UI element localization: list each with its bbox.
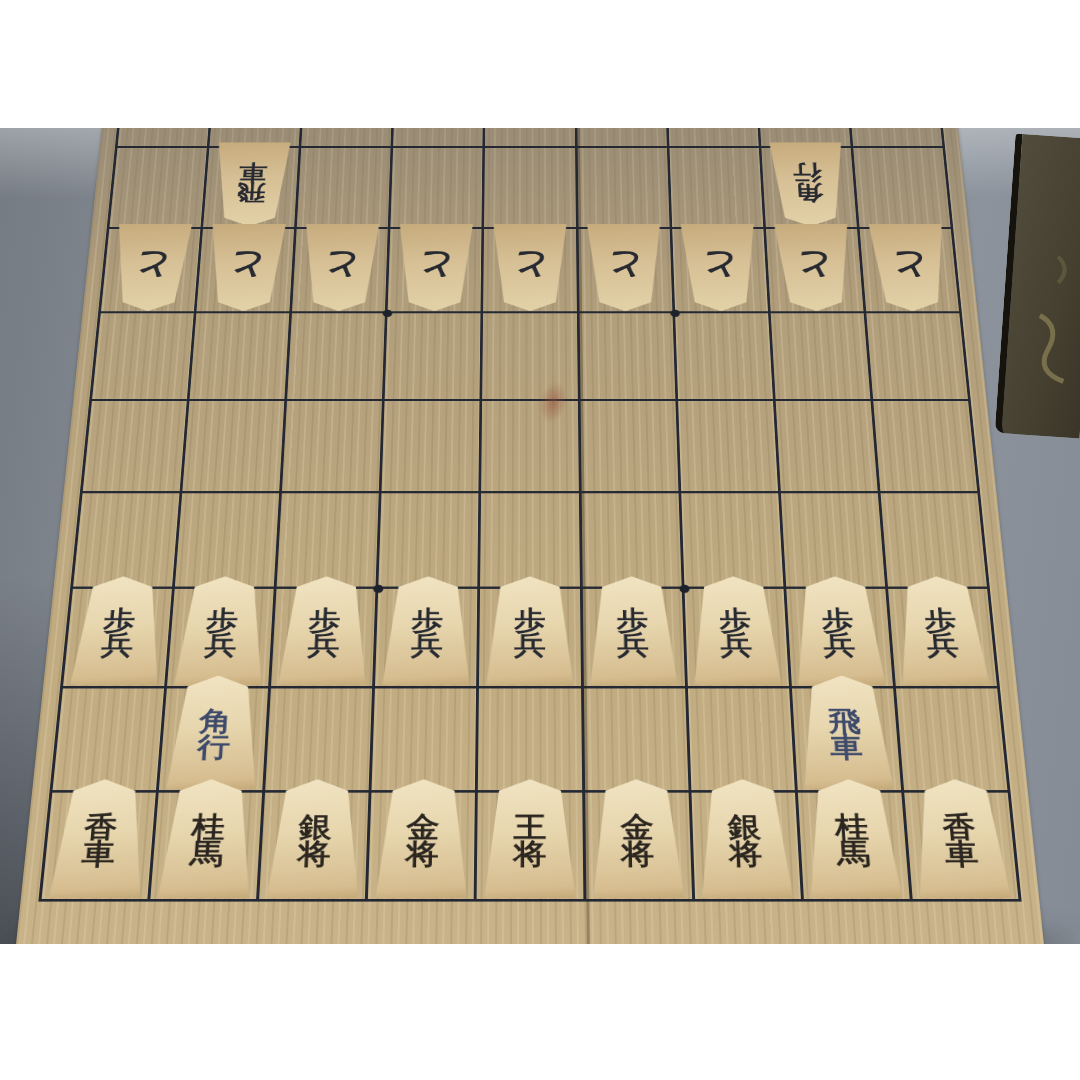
cell-2-8: と <box>860 229 962 313</box>
piece-king: 王将 <box>483 779 576 898</box>
piece-kanji: 角行 <box>196 704 232 761</box>
hoshi-dot <box>679 584 689 592</box>
cell-4-5 <box>580 401 681 493</box>
cell-7-4 <box>478 688 584 792</box>
piece-opponent-pawn-tokin-face: と <box>586 224 663 311</box>
piece-kanji: と <box>698 251 740 283</box>
cell-3-1 <box>189 314 292 402</box>
cell-8-8: 香車 <box>904 793 1022 902</box>
piece-kanji: と <box>887 251 930 283</box>
piece-kanji: 桂馬 <box>189 809 226 868</box>
cell-6-2: 歩兵 <box>271 589 378 689</box>
piece-kanji: 歩兵 <box>411 603 444 657</box>
piece-pawn: 歩兵 <box>485 576 574 685</box>
cell-3-4 <box>482 314 580 402</box>
cell-5-0 <box>73 493 182 589</box>
piece-knight: 桂馬 <box>157 779 257 898</box>
piece-opponent-pawn-tokin-face: と <box>109 224 192 311</box>
piece-kanji: 歩兵 <box>923 603 960 657</box>
piece-pawn: 歩兵 <box>690 576 783 685</box>
cell-6-7: 歩兵 <box>786 589 896 689</box>
piece-rook: 飛車 <box>797 676 895 790</box>
piece-kanji: 歩兵 <box>821 603 856 657</box>
cell-6-3: 歩兵 <box>375 589 480 689</box>
shogi-board: 飛車角行ととととととととと歩兵歩兵歩兵歩兵歩兵歩兵歩兵歩兵歩兵角行飛車香車桂馬銀… <box>15 128 1045 944</box>
cell-1-8 <box>853 148 953 229</box>
cell-2-2: と <box>292 229 391 313</box>
piece-lance: 香車 <box>48 779 151 898</box>
cell-2-3: と <box>388 229 485 313</box>
piece-pawn: 歩兵 <box>791 576 886 685</box>
cell-3-6 <box>675 314 776 402</box>
hoshi-dot <box>670 310 680 317</box>
piece-kanji: 歩兵 <box>616 603 649 657</box>
cell-6-1: 歩兵 <box>167 589 277 689</box>
cell-4-3 <box>382 401 483 493</box>
piece-opponent-rook: 飛車 <box>211 143 291 227</box>
cell-8-2: 銀将 <box>259 793 372 902</box>
cell-6-5: 歩兵 <box>582 589 687 689</box>
piece-kanji: 飛車 <box>236 162 268 206</box>
cell-1-4 <box>484 148 578 229</box>
cell-5-6 <box>681 493 786 589</box>
piece-kanji: 歩兵 <box>100 603 137 657</box>
piece-kanji: 金将 <box>405 809 440 868</box>
cell-7-3 <box>372 688 480 792</box>
piece-kanji: と <box>604 251 645 283</box>
cell-0-2 <box>301 128 396 148</box>
cell-5-5 <box>581 493 684 589</box>
piece-gold-general: 金将 <box>591 779 686 898</box>
cell-1-1: 飛車 <box>203 148 301 229</box>
piece-opponent-pawn-tokin-face: と <box>301 224 380 311</box>
piece-bishop: 角行 <box>165 676 263 790</box>
cell-4-6 <box>678 401 781 493</box>
cell-7-7: 飛車 <box>792 688 904 792</box>
cell-8-7: 桂馬 <box>798 793 913 902</box>
cell-7-1: 角行 <box>159 688 271 792</box>
piece-box-calligraphy <box>1002 134 1080 439</box>
cell-5-8 <box>880 493 989 589</box>
piece-kanji: と <box>225 251 268 283</box>
piece-kanji: 歩兵 <box>514 603 546 657</box>
piece-opponent-pawn-tokin-face: と <box>774 224 855 311</box>
cell-3-2 <box>287 314 388 402</box>
cell-5-4 <box>480 493 582 589</box>
piece-kanji: と <box>510 251 551 283</box>
piece-opponent-pawn-tokin-face: と <box>205 224 286 311</box>
cell-6-8: 歩兵 <box>888 589 1000 689</box>
piece-box <box>995 133 1080 438</box>
cell-0-5 <box>576 128 669 148</box>
piece-lance: 香車 <box>909 779 1012 898</box>
cell-0-6 <box>667 128 762 148</box>
cell-1-6 <box>669 148 766 229</box>
cell-0-8 <box>847 128 945 148</box>
piece-kanji: 飛車 <box>827 704 863 761</box>
letterbox-top <box>0 0 1080 128</box>
cell-0-0 <box>117 128 215 148</box>
cell-4-8 <box>873 401 980 493</box>
piece-silver-general: 銀将 <box>266 779 363 898</box>
letterbox-bottom <box>0 944 1080 1080</box>
cell-8-4: 王将 <box>477 793 586 902</box>
cell-5-2 <box>277 493 382 589</box>
piece-kanji: 銀将 <box>727 809 763 868</box>
piece-pawn: 歩兵 <box>893 576 991 685</box>
piece-kanji: 歩兵 <box>719 603 753 657</box>
cell-0-4 <box>485 128 577 148</box>
cell-1-2 <box>297 148 394 229</box>
piece-pawn: 歩兵 <box>277 576 370 685</box>
cell-2-1: と <box>196 229 296 313</box>
cell-5-1 <box>175 493 282 589</box>
cell-8-3: 金将 <box>368 793 478 902</box>
board-grid: 飛車角行ととととととととと歩兵歩兵歩兵歩兵歩兵歩兵歩兵歩兵歩兵角行飛車香車桂馬銀… <box>38 128 1021 902</box>
piece-kanji: と <box>793 251 836 283</box>
cell-2-4: と <box>483 229 579 313</box>
cell-4-2 <box>282 401 385 493</box>
cell-2-0: と <box>101 229 203 313</box>
piece-kanji: 歩兵 <box>204 603 239 657</box>
cell-4-0 <box>83 401 190 493</box>
cell-7-6 <box>688 688 798 792</box>
cell-4-1 <box>182 401 287 493</box>
cell-5-3 <box>379 493 482 589</box>
cell-8-5: 金将 <box>585 793 695 902</box>
piece-opponent-pawn-tokin-face: と <box>680 224 759 311</box>
cell-3-7 <box>771 314 874 402</box>
cell-2-7: と <box>766 229 866 313</box>
cell-8-0: 香車 <box>41 793 158 902</box>
photo-area: 飛車角行ととととととととと歩兵歩兵歩兵歩兵歩兵歩兵歩兵歩兵歩兵角行飛車香車桂馬銀… <box>0 128 1080 944</box>
cell-3-0 <box>92 314 197 402</box>
cell-8-6: 銀将 <box>691 793 804 902</box>
piece-gold-general: 金将 <box>375 779 470 898</box>
cell-5-7 <box>781 493 888 589</box>
piece-kanji: 香車 <box>81 809 120 868</box>
cell-7-0 <box>52 688 167 792</box>
cell-4-4 <box>481 401 581 493</box>
cell-1-3 <box>391 148 486 229</box>
piece-pawn: 歩兵 <box>69 576 167 685</box>
piece-pawn: 歩兵 <box>588 576 678 685</box>
piece-opponent-pawn-tokin-face: と <box>867 224 950 311</box>
piece-kanji: 桂馬 <box>834 809 871 868</box>
piece-kanji: 銀将 <box>297 809 333 868</box>
cell-6-0: 歩兵 <box>63 589 175 689</box>
cell-6-6: 歩兵 <box>684 589 792 689</box>
piece-kanji: と <box>415 251 456 283</box>
cell-1-5 <box>577 148 672 229</box>
piece-kanji: 香車 <box>941 809 980 868</box>
piece-pawn: 歩兵 <box>381 576 471 685</box>
piece-kanji: と <box>130 251 173 283</box>
cell-4-7 <box>775 401 880 493</box>
piece-kanji: と <box>320 251 362 283</box>
listing-photo: { "game": "shogi", "scene": { "descripti… <box>0 0 1080 1080</box>
cell-1-7: 角行 <box>761 148 859 229</box>
cell-7-8 <box>896 688 1011 792</box>
piece-opponent-pawn-tokin-face: と <box>396 224 473 311</box>
piece-pawn: 歩兵 <box>173 576 268 685</box>
cell-8-1: 桂馬 <box>150 793 265 902</box>
cell-0-3 <box>393 128 486 148</box>
cell-3-5 <box>579 314 678 402</box>
piece-kanji: 金将 <box>620 809 655 868</box>
cell-3-8 <box>866 314 971 402</box>
cell-2-6: と <box>672 229 771 313</box>
piece-kanji: 王将 <box>513 809 546 868</box>
piece-knight: 桂馬 <box>803 779 903 898</box>
piece-kanji: 角行 <box>793 162 825 206</box>
piece-opponent-pawn-tokin-face: と <box>492 224 568 311</box>
cell-2-5: と <box>578 229 675 313</box>
cell-7-5 <box>583 688 691 792</box>
piece-kanji: 歩兵 <box>307 603 341 657</box>
cell-1-0 <box>109 148 209 229</box>
cell-6-4: 歩兵 <box>479 589 583 689</box>
cell-3-3 <box>385 314 484 402</box>
piece-opponent-bishop: 角行 <box>769 143 849 227</box>
cell-7-2 <box>265 688 375 792</box>
piece-silver-general: 銀将 <box>697 779 794 898</box>
